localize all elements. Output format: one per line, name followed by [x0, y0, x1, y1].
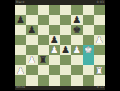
square-d2[interactable]	[49, 65, 60, 75]
square-a3[interactable]	[15, 55, 26, 65]
square-a2[interactable]: ♟	[15, 65, 26, 75]
square-d3[interactable]	[49, 55, 60, 65]
piece-white-pawn: ♟	[95, 35, 104, 44]
piece-white-pawn: ♟	[73, 45, 82, 54]
square-f1[interactable]	[71, 75, 82, 85]
piece-black-rook: ♜	[39, 55, 48, 64]
square-a5[interactable]	[15, 35, 26, 45]
square-d5[interactable]: ♟	[49, 35, 60, 45]
square-c3[interactable]: ♜	[38, 55, 49, 65]
square-h2[interactable]: ♜	[94, 65, 105, 75]
square-e6[interactable]	[60, 25, 71, 35]
square-f3[interactable]	[71, 55, 82, 65]
letterbox-left	[0, 0, 15, 90]
square-h7[interactable]	[94, 15, 105, 25]
piece-black-king: ♚	[73, 25, 82, 34]
square-b5[interactable]	[26, 35, 37, 45]
bottom-player-clock: 0:13	[97, 86, 104, 89]
square-b8[interactable]	[26, 5, 37, 15]
square-f6[interactable]: ♚	[71, 25, 82, 35]
square-g3[interactable]	[83, 55, 94, 65]
square-c1[interactable]	[38, 75, 49, 85]
square-f8[interactable]	[71, 5, 82, 15]
piece-black-pawn: ♟	[73, 15, 82, 24]
square-c4[interactable]	[38, 45, 49, 55]
square-e5[interactable]	[60, 35, 71, 45]
square-d1[interactable]	[49, 75, 60, 85]
piece-white-pawn: ♟	[50, 45, 59, 54]
square-e3[interactable]	[60, 55, 71, 65]
square-e4[interactable]: ♟	[60, 45, 71, 55]
piece-white-king: ♚	[84, 45, 93, 54]
square-g7[interactable]	[83, 15, 94, 25]
square-b2[interactable]	[26, 65, 37, 75]
piece-white-rook: ♜	[95, 65, 104, 74]
square-b6[interactable]: ♟	[26, 25, 37, 35]
square-d6[interactable]	[49, 25, 60, 35]
square-f5[interactable]	[71, 35, 82, 45]
square-d7[interactable]	[49, 15, 60, 25]
square-g1[interactable]	[83, 75, 94, 85]
square-c7[interactable]	[38, 15, 49, 25]
square-c6[interactable]	[38, 25, 49, 35]
square-h1[interactable]	[94, 75, 105, 85]
square-a8[interactable]	[15, 5, 26, 15]
square-h5[interactable]: ♟	[94, 35, 105, 45]
bottom-player-name: White	[16, 86, 25, 89]
square-c5[interactable]	[38, 35, 49, 45]
square-b7[interactable]	[26, 15, 37, 25]
piece-white-pawn: ♟	[28, 55, 37, 64]
square-a4[interactable]	[15, 45, 26, 55]
square-h6[interactable]	[94, 25, 105, 35]
square-c8[interactable]	[38, 5, 49, 15]
square-g2[interactable]	[83, 65, 94, 75]
piece-black-pawn: ♟	[50, 35, 59, 44]
bottom-player-bar: White 0:13	[15, 86, 105, 91]
square-f7[interactable]: ♟	[71, 15, 82, 25]
square-b1[interactable]	[26, 75, 37, 85]
chess-board[interactable]: ♟♟♟♚♟♟♟♟♟♚♟♜♟♜	[15, 5, 105, 86]
top-player-clock: 0:03	[97, 1, 104, 4]
piece-black-pawn: ♟	[16, 15, 25, 24]
top-player-name: Black	[16, 1, 25, 4]
piece-white-pawn: ♟	[16, 65, 25, 74]
square-c2[interactable]	[38, 65, 49, 75]
square-b3[interactable]: ♟	[26, 55, 37, 65]
piece-black-pawn: ♟	[61, 45, 70, 54]
square-g6[interactable]	[83, 25, 94, 35]
piece-black-pawn: ♟	[28, 25, 37, 34]
square-h8[interactable]	[94, 5, 105, 15]
square-e1[interactable]	[60, 75, 71, 85]
app-window: Black 0:03 ♟♟♟♚♟♟♟♟♟♚♟♜♟♜ White 0:13	[0, 0, 120, 90]
letterbox-right	[105, 0, 120, 90]
square-g4[interactable]: ♚	[83, 45, 94, 55]
square-h3[interactable]	[94, 55, 105, 65]
square-f4[interactable]: ♟	[71, 45, 82, 55]
square-a7[interactable]: ♟	[15, 15, 26, 25]
square-b4[interactable]	[26, 45, 37, 55]
square-e7[interactable]	[60, 15, 71, 25]
square-h4[interactable]	[94, 45, 105, 55]
square-f2[interactable]	[71, 65, 82, 75]
square-d8[interactable]	[49, 5, 60, 15]
square-d4[interactable]: ♟	[49, 45, 60, 55]
square-a6[interactable]	[15, 25, 26, 35]
square-g5[interactable]	[83, 35, 94, 45]
square-e2[interactable]	[60, 65, 71, 75]
square-a1[interactable]	[15, 75, 26, 85]
square-g8[interactable]	[83, 5, 94, 15]
square-e8[interactable]	[60, 5, 71, 15]
